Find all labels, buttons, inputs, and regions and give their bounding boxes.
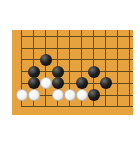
black-stone[interactable]: ● <box>28 77 40 89</box>
white-stone[interactable]: ○ <box>28 89 40 101</box>
grid-line-horizontal <box>21 36 133 37</box>
black-stone[interactable]: ● <box>76 77 88 89</box>
grid-line-horizontal <box>21 48 133 49</box>
grid-line-vertical <box>117 30 118 107</box>
black-stone[interactable]: ● <box>52 66 64 78</box>
grid-line-vertical <box>129 30 130 107</box>
black-stone[interactable]: ● <box>88 66 100 78</box>
grid-line-horizontal <box>21 59 133 60</box>
white-stone[interactable]: ○ <box>40 77 52 89</box>
white-stone[interactable]: ○ <box>64 89 76 101</box>
grid-line-horizontal <box>21 106 133 107</box>
black-stone[interactable]: ● <box>88 89 100 101</box>
go-board[interactable]: ●●●●●○●●●○○○○○● <box>12 30 133 115</box>
black-stone[interactable]: ● <box>40 54 52 66</box>
black-stone[interactable]: ● <box>100 77 112 89</box>
black-stone[interactable]: ● <box>28 66 40 78</box>
white-stone[interactable]: ○ <box>52 89 64 101</box>
black-stone[interactable]: ● <box>52 77 64 89</box>
page: ●●●●●○●●●○○○○○● <box>0 0 140 150</box>
grid-line-vertical <box>45 30 46 107</box>
white-stone[interactable]: ○ <box>16 89 28 101</box>
grid-line-vertical <box>105 30 106 107</box>
white-stone[interactable]: ○ <box>76 89 88 101</box>
